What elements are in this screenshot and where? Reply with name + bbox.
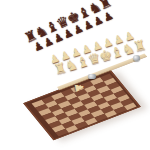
white-bishop: ♝ [109,44,122,60]
black-pawn: ♟ [52,31,66,45]
white-king: ♚ [98,47,111,63]
white-pawn: ♟ [70,46,83,59]
black-knight: ♞ [86,0,101,17]
black-pawn: ♟ [92,14,106,28]
white-rook: ♜ [132,38,145,54]
chess-rank-row: ♜♞♝♛♚♝♞♜ [22,0,112,45]
black-rook: ♜ [97,0,112,12]
black-bishop: ♝ [44,19,59,36]
white-bishop: ♝ [75,54,88,70]
black-pawn: ♟ [32,40,46,54]
white-knight: ♞ [63,57,76,73]
white-pawn: ♟ [123,30,136,43]
white-rook: ♜ [52,61,65,77]
chess-rank-row: ♟♟♟♟♟♟♟♟ [32,10,115,54]
metal-clasp [88,74,96,79]
white-pawn: ♟ [112,33,125,46]
black-king: ♚ [65,9,80,26]
black-pawn: ♟ [82,18,96,32]
white-pawn: ♟ [102,36,115,49]
white-pawn: ♟ [80,43,93,56]
black-pawn: ♟ [42,35,56,49]
white-pawn: ♟ [48,52,61,65]
white-knight: ♞ [120,41,133,57]
product-photo-canvas: ♜♞♝♛♚♝♞♜♟♟♟♟♟♟♟♟♟♟♟♟♟♟♟♟♜♞♝♛♚♝♞♜ ♟ [0,0,150,150]
black-pawn: ♟ [72,23,86,37]
white-queen: ♛ [86,51,99,67]
black-knight: ♞ [33,24,48,41]
metal-hinge [133,55,140,61]
black-pawn: ♟ [62,27,76,41]
black-pawn: ♟ [102,10,116,24]
chess-rank-row: ♟♟♟♟♟♟♟♟ [48,30,135,66]
black-rook: ♜ [22,29,37,46]
backgammon-photo [55,80,150,150]
white-pawn: ♟ [91,39,104,52]
black-bishop: ♝ [76,5,91,22]
white-pawn: ♟ [59,49,72,62]
black-queen: ♛ [54,14,69,31]
